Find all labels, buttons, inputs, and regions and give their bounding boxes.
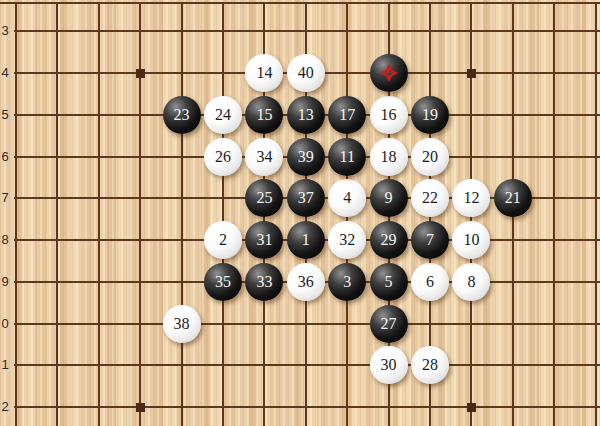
stone-number: 15 [245, 96, 283, 134]
star-point-4-12 [136, 403, 145, 412]
stone-white-40: 40 [287, 54, 325, 92]
stone-number: 3 [328, 263, 366, 301]
stone-number: 36 [287, 263, 325, 301]
last-move-marker-icon [379, 63, 399, 83]
stone-white-2: 2 [204, 221, 242, 259]
stone-white-30: 30 [370, 346, 408, 384]
grid-col-line-3 [98, 2, 100, 426]
stone-white-34: 34 [245, 138, 283, 176]
stone-number: 13 [287, 96, 325, 134]
stone-black-9: 9 [370, 179, 408, 217]
stone-white-26: 26 [204, 138, 242, 176]
stone-white-20: 20 [411, 138, 449, 176]
stone-black-21: 21 [494, 179, 532, 217]
stone-white-10: 10 [452, 221, 490, 259]
stone-black-39: 39 [287, 138, 325, 176]
stone-number: 38 [163, 305, 201, 343]
stone-number: 28 [411, 346, 449, 384]
grid-row-line-12 [14, 406, 600, 408]
row-label-10: 0 [0, 315, 11, 333]
stone-number: 18 [370, 138, 408, 176]
stone-white-4: 4 [328, 179, 366, 217]
stone-number: 20 [411, 138, 449, 176]
stone-black-25: 25 [245, 179, 283, 217]
stone-number: 35 [204, 263, 242, 301]
stone-number: 21 [494, 179, 532, 217]
stone-black-37: 37 [287, 179, 325, 217]
stone-black-27: 27 [370, 305, 408, 343]
grid-col-line-4 [139, 2, 141, 426]
stone-black-5: 5 [370, 263, 408, 301]
stone-number: 29 [370, 221, 408, 259]
stone-number: 22 [411, 179, 449, 217]
grid-row-line-11 [14, 364, 600, 366]
stone-white-28: 28 [411, 346, 449, 384]
stone-number: 34 [245, 138, 283, 176]
stone-black-31: 31 [245, 221, 283, 259]
row-label-4: 4 [0, 64, 11, 82]
star-point-12-4 [467, 69, 476, 78]
stone-number: 16 [370, 96, 408, 134]
stone-white-22: 22 [411, 179, 449, 217]
stone-number: 27 [370, 305, 408, 343]
stone-black-3: 3 [328, 263, 366, 301]
stone-number: 25 [245, 179, 283, 217]
stone-number: 11 [328, 138, 366, 176]
row-label-11: 1 [0, 356, 11, 374]
grid-row-line-3 [14, 30, 600, 32]
stone-number: 19 [411, 96, 449, 134]
stone-number: 9 [370, 179, 408, 217]
stone-white-36: 36 [287, 263, 325, 301]
grid-col-line-6 [222, 2, 224, 426]
stone-black-41-last-move [370, 54, 408, 92]
grid-col-line-15 [595, 2, 597, 426]
board-top-border-line [0, 2, 600, 4]
stone-white-32: 32 [328, 221, 366, 259]
row-label-8: 8 [0, 231, 11, 249]
row-label-7: 7 [0, 189, 11, 207]
stone-number: 39 [287, 138, 325, 176]
stone-black-1: 1 [287, 221, 325, 259]
stone-black-19: 19 [411, 96, 449, 134]
stone-white-16: 16 [370, 96, 408, 134]
stone-number: 7 [411, 221, 449, 259]
row-label-12: 2 [0, 398, 11, 416]
stone-white-12: 12 [452, 179, 490, 217]
stone-number: 1 [287, 221, 325, 259]
stone-number: 12 [452, 179, 490, 217]
stone-black-7: 7 [411, 221, 449, 259]
stone-number: 10 [452, 221, 490, 259]
stone-number: 8 [452, 263, 490, 301]
stone-number: 14 [245, 54, 283, 92]
stone-number: 30 [370, 346, 408, 384]
stone-number: 2 [204, 221, 242, 259]
stone-number: 17 [328, 96, 366, 134]
stone-white-24: 24 [204, 96, 242, 134]
grid-col-line-2 [56, 2, 58, 426]
stone-number: 4 [328, 179, 366, 217]
stone-number: 33 [245, 263, 283, 301]
stone-number: 31 [245, 221, 283, 259]
stone-black-11: 11 [328, 138, 366, 176]
stone-black-23: 23 [163, 96, 201, 134]
stone-number: 23 [163, 96, 201, 134]
grid-col-line-14 [553, 2, 555, 426]
stone-number: 32 [328, 221, 366, 259]
stone-black-29: 29 [370, 221, 408, 259]
row-label-6: 6 [0, 148, 11, 166]
stone-white-6: 6 [411, 263, 449, 301]
stone-black-17: 17 [328, 96, 366, 134]
star-point-4-4 [136, 69, 145, 78]
stone-white-8: 8 [452, 263, 490, 301]
row-label-3: 3 [0, 22, 11, 40]
grid-col-line-5 [181, 2, 183, 426]
stone-number: 37 [287, 179, 325, 217]
stone-black-35: 35 [204, 263, 242, 301]
stone-white-38: 38 [163, 305, 201, 343]
star-point-12-12 [467, 403, 476, 412]
stone-number: 6 [411, 263, 449, 301]
stone-white-14: 14 [245, 54, 283, 92]
stone-number: 5 [370, 263, 408, 301]
grid-row-line-10 [14, 323, 600, 325]
stone-black-15: 15 [245, 96, 283, 134]
stone-black-13: 13 [287, 96, 325, 134]
row-label-9: 9 [0, 273, 11, 291]
stone-black-33: 33 [245, 263, 283, 301]
stone-white-18: 18 [370, 138, 408, 176]
gomoku-board[interactable]: 3456789012 12345678910111213141516171819… [0, 0, 600, 426]
stone-number: 26 [204, 138, 242, 176]
row-label-5: 5 [0, 106, 11, 124]
grid-col-line-1 [15, 2, 17, 426]
stone-number: 40 [287, 54, 325, 92]
stone-number: 24 [204, 96, 242, 134]
